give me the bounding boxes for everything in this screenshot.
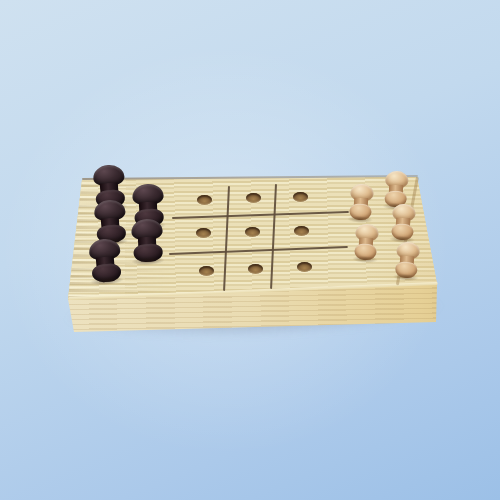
dark-peg <box>130 218 164 263</box>
light-peg <box>390 203 416 240</box>
dark-peg <box>93 199 128 244</box>
dark-peg <box>87 238 123 284</box>
light-peg <box>394 241 420 279</box>
light-peg <box>353 223 379 260</box>
peg-contact-shadow <box>131 256 165 266</box>
photo-background <box>0 0 500 500</box>
light-peg <box>383 171 408 208</box>
light-peg <box>348 183 374 220</box>
peg-contact-shadow <box>347 215 373 223</box>
peg-contact-shadow <box>352 255 378 263</box>
peg-trays <box>0 0 500 500</box>
